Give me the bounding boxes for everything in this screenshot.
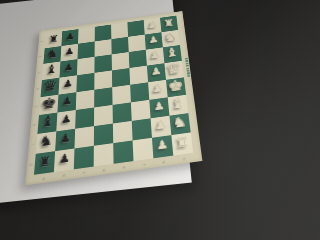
white-queen-piece: ♛	[166, 61, 183, 77]
black-pawn-piece: ♟	[62, 78, 73, 89]
file-label-d: d	[100, 164, 107, 177]
square-h5	[94, 143, 114, 166]
white-king-piece: ♚	[167, 78, 184, 94]
black-bishop-piece: ♝	[44, 62, 58, 76]
white-bishop-piece: ♝	[170, 96, 186, 111]
white-pawn-piece: ♟	[149, 50, 160, 60]
board-wrapper: ♜♟♟♜♞♟♟♞♝♟♟♝♛♟♟♛♚♟♟♚♝♟♟♝♞♟♟♞♜♟♟♜ abcdefg…	[22, 0, 200, 185]
square-h3	[133, 138, 154, 161]
white-pawn-piece: ♟	[153, 100, 165, 112]
file-label-e: e	[120, 161, 128, 174]
white-bishop-piece: ♝	[165, 46, 179, 59]
black-king-piece: ♚	[41, 95, 57, 112]
black-pawn-piece: ♟	[58, 152, 70, 165]
white-knight-piece: ♞	[172, 115, 187, 130]
square-h1: ♜	[171, 132, 193, 155]
square-h6	[74, 146, 94, 170]
square-h2: ♟	[152, 135, 173, 158]
file-label-f: f	[140, 158, 148, 171]
chess-set-photo: ♜♟♟♜♞♟♟♞♝♟♟♝♛♟♟♛♚♟♟♚♝♟♟♝♞♟♟♞♜♟♟♜ abcdefg…	[0, 0, 200, 200]
white-pawn-piece: ♟	[147, 20, 157, 29]
white-pawn-piece: ♟	[152, 83, 163, 94]
black-pawn-piece: ♟	[59, 132, 71, 145]
white-pawn-piece: ♟	[151, 66, 162, 77]
black-pawn-piece: ♟	[65, 31, 75, 41]
file-label-h: h	[180, 153, 188, 166]
black-knight-piece: ♞	[39, 133, 54, 149]
chess-board: ♜♟♟♜♞♟♟♞♝♟♟♝♛♟♟♛♚♟♟♚♝♟♟♝♞♟♟♞♜♟♟♜ abcdefg…	[25, 11, 200, 185]
file-label-b: b	[60, 169, 67, 182]
file-label-a: a	[40, 172, 46, 185]
file-label-g: g	[160, 156, 168, 169]
black-pawn-piece: ♟	[61, 113, 72, 125]
black-bishop-piece: ♝	[40, 114, 55, 130]
black-pawn-piece: ♟	[62, 95, 73, 106]
white-knight-piece: ♞	[164, 31, 177, 43]
file-label-c: c	[80, 167, 87, 180]
white-pawn-piece: ♟	[156, 138, 168, 151]
black-pawn-piece: ♟	[64, 46, 74, 56]
board-squares: ♜♟♟♜♞♟♟♞♝♟♟♝♛♟♟♛♚♟♟♚♝♟♟♝♞♟♟♞♜♟♟♜	[34, 16, 193, 175]
square-h4	[113, 140, 133, 163]
black-knight-piece: ♞	[46, 47, 59, 59]
black-rook-piece: ♜	[48, 33, 59, 43]
black-pawn-piece: ♟	[63, 62, 73, 72]
black-queen-piece: ♛	[42, 78, 58, 94]
square-h7: ♟	[54, 148, 75, 172]
white-rook-piece: ♜	[163, 18, 174, 28]
brand-marking	[185, 58, 190, 77]
black-rook-piece: ♜	[38, 154, 51, 168]
white-pawn-piece: ♟	[148, 35, 159, 45]
white-rook-piece: ♜	[175, 135, 189, 149]
white-pawn-piece: ♟	[155, 119, 167, 131]
